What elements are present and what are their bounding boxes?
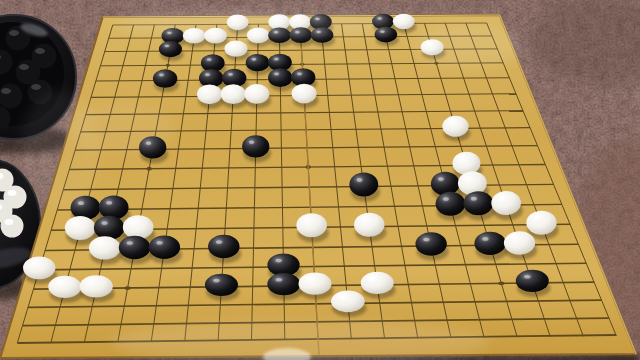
stone-body xyxy=(504,231,535,254)
stone-body xyxy=(123,215,154,239)
stone-glint xyxy=(1,88,11,94)
stone-body xyxy=(516,270,549,292)
stone-highlight xyxy=(524,275,531,279)
stone-body xyxy=(298,273,331,295)
stone-glint xyxy=(8,190,17,196)
stone-body xyxy=(221,84,246,104)
stone-body xyxy=(80,275,113,297)
stone-highlight xyxy=(378,17,382,19)
stone-body xyxy=(48,276,81,298)
stone-highlight xyxy=(357,178,363,182)
stone-highlight xyxy=(275,259,281,263)
stone-highlight xyxy=(159,74,164,77)
stone-highlight xyxy=(156,241,162,245)
stone-body xyxy=(458,171,487,195)
stone-glint xyxy=(5,219,14,225)
stone-body xyxy=(354,213,385,237)
stone-body xyxy=(149,236,181,259)
stone-body xyxy=(372,14,394,30)
stone-body xyxy=(208,235,239,258)
stone-highlight xyxy=(380,30,385,32)
stone-body xyxy=(267,254,299,277)
stone-body xyxy=(474,232,505,255)
stone-highlight xyxy=(471,197,477,201)
stone-highlight xyxy=(274,31,279,33)
stone-highlight xyxy=(276,278,283,282)
stone-highlight xyxy=(274,73,279,76)
stone-body xyxy=(361,272,394,294)
stone-highlight xyxy=(102,221,108,225)
stone-body xyxy=(296,213,327,237)
stone-body xyxy=(331,291,365,313)
stone-body xyxy=(349,173,378,197)
stone-glint xyxy=(35,48,45,54)
stone-body xyxy=(244,84,269,104)
stone-body xyxy=(94,216,125,240)
stone-highlight xyxy=(167,32,172,34)
stone-highlight xyxy=(205,73,210,76)
stone-body xyxy=(205,274,238,296)
stone-highlight xyxy=(249,140,254,144)
stone-body xyxy=(204,28,227,44)
go-photo-scene xyxy=(0,0,640,360)
stone-glint xyxy=(31,84,41,90)
star-point xyxy=(166,64,170,67)
stone-highlight xyxy=(252,58,257,61)
star-point xyxy=(147,167,152,171)
stone-body xyxy=(99,195,129,219)
stone-highlight xyxy=(423,238,429,242)
stone-body xyxy=(159,41,182,57)
stone-body xyxy=(246,54,270,71)
stone-body xyxy=(526,211,556,235)
stone-highlight xyxy=(438,177,444,181)
stone-body xyxy=(442,116,468,137)
stone-body xyxy=(289,27,312,43)
stone-highlight xyxy=(207,58,212,61)
stone-body xyxy=(421,39,444,55)
stone-body xyxy=(65,216,96,240)
stone-body xyxy=(197,84,222,104)
stone-body xyxy=(268,68,292,87)
stone-glint xyxy=(19,64,29,70)
stone-highlight xyxy=(78,201,84,205)
stone-body xyxy=(153,69,177,88)
stone-highlight xyxy=(213,279,220,283)
stone-glint xyxy=(9,30,19,36)
stone-highlight xyxy=(316,31,321,33)
stone-body xyxy=(242,135,269,157)
star-point xyxy=(124,286,130,290)
stone-body xyxy=(268,27,291,43)
stone-highlight xyxy=(106,201,112,205)
go-board-photo xyxy=(0,0,640,360)
stone-body xyxy=(375,27,398,43)
stone-body xyxy=(292,84,317,104)
stone-body xyxy=(23,256,55,279)
stone-body xyxy=(119,236,151,259)
stone-highlight xyxy=(127,241,133,245)
stone-body xyxy=(227,15,249,31)
stone-body xyxy=(491,191,521,215)
stone-body xyxy=(183,28,206,44)
stone-body xyxy=(247,28,270,44)
star-point xyxy=(434,62,438,65)
stone-highlight xyxy=(274,58,279,61)
stone-body xyxy=(267,273,300,295)
stone-highlight xyxy=(315,18,319,20)
stone-highlight xyxy=(482,237,488,241)
star-point xyxy=(498,281,504,285)
stone-highlight xyxy=(165,45,170,48)
stone-body xyxy=(224,41,247,57)
stone-highlight xyxy=(295,31,300,33)
stone-highlight xyxy=(146,141,151,145)
stone-highlight xyxy=(216,240,222,244)
stone-body xyxy=(452,152,480,175)
stone-body xyxy=(431,172,460,196)
stone-body xyxy=(436,192,466,216)
stone-body xyxy=(463,191,493,215)
stone-highlight xyxy=(443,197,449,201)
stone-body xyxy=(139,136,166,158)
stone-body xyxy=(415,232,446,255)
stone-body xyxy=(393,14,415,30)
stone-body xyxy=(71,196,101,220)
bowl-black-stone xyxy=(28,80,53,105)
lid-white-stone xyxy=(1,215,24,238)
stone-body xyxy=(311,27,334,43)
stone-body xyxy=(89,236,121,259)
stone-highlight xyxy=(297,72,302,75)
stone-highlight xyxy=(228,73,233,76)
